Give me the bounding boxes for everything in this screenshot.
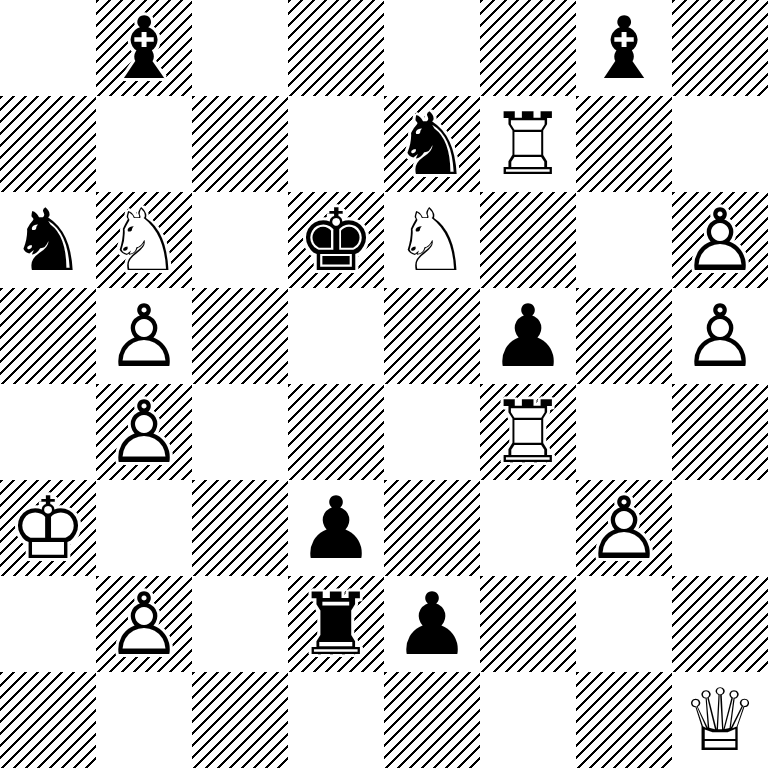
square-g1[interactable]	[576, 672, 672, 768]
square-b3[interactable]	[96, 480, 192, 576]
square-c3[interactable]	[192, 480, 288, 576]
square-d2[interactable]: ♜♜	[288, 576, 384, 672]
square-h1[interactable]: ♛♕	[672, 672, 768, 768]
square-a8[interactable]	[0, 0, 96, 96]
square-a1[interactable]	[0, 672, 96, 768]
square-b4[interactable]: ♟♙	[96, 384, 192, 480]
square-h7[interactable]	[672, 96, 768, 192]
square-e1[interactable]	[384, 672, 480, 768]
black-pawn-glyph: ♟	[489, 288, 566, 384]
square-f6[interactable]	[480, 192, 576, 288]
square-f1[interactable]	[480, 672, 576, 768]
black-bishop: ♝♝	[96, 0, 192, 96]
white-pawn-glyph: ♙	[681, 192, 758, 288]
black-bishop-glyph: ♝	[585, 0, 662, 96]
square-b8[interactable]: ♝♝	[96, 0, 192, 96]
black-king-glyph: ♚	[297, 192, 374, 288]
white-queen: ♛♕	[672, 672, 768, 768]
square-e7[interactable]: ♞♞	[384, 96, 480, 192]
square-c1[interactable]	[192, 672, 288, 768]
square-a2[interactable]	[0, 576, 96, 672]
white-rook-glyph: ♖	[489, 384, 566, 480]
square-e3[interactable]	[384, 480, 480, 576]
square-f2[interactable]	[480, 576, 576, 672]
square-h3[interactable]	[672, 480, 768, 576]
black-bishop: ♝♝	[576, 0, 672, 96]
square-e5[interactable]	[384, 288, 480, 384]
black-pawn-glyph: ♟	[393, 576, 470, 672]
square-d7[interactable]	[288, 96, 384, 192]
square-d4[interactable]	[288, 384, 384, 480]
square-e4[interactable]	[384, 384, 480, 480]
square-f8[interactable]	[480, 0, 576, 96]
square-e6[interactable]: ♞♘	[384, 192, 480, 288]
square-c2[interactable]	[192, 576, 288, 672]
square-d8[interactable]	[288, 0, 384, 96]
chess-board: ♝♝♝♝♞♞♜♖♞♞♞♘♚♚♞♘♟♙♟♙♟♟♟♙♟♙♜♖♚♔♟♟♟♙♟♙♜♜♟♟…	[0, 0, 768, 768]
square-c5[interactable]	[192, 288, 288, 384]
square-a3[interactable]: ♚♔	[0, 480, 96, 576]
square-h8[interactable]	[672, 0, 768, 96]
square-a4[interactable]	[0, 384, 96, 480]
white-pawn-glyph: ♙	[681, 288, 758, 384]
square-f5[interactable]: ♟♟	[480, 288, 576, 384]
square-f4[interactable]: ♜♖	[480, 384, 576, 480]
white-rook: ♜♖	[480, 384, 576, 480]
black-pawn: ♟♟	[384, 576, 480, 672]
white-king: ♚♔	[0, 480, 96, 576]
square-b6[interactable]: ♞♘	[96, 192, 192, 288]
square-c6[interactable]	[192, 192, 288, 288]
square-h2[interactable]	[672, 576, 768, 672]
white-pawn-glyph: ♙	[105, 576, 182, 672]
white-knight: ♞♘	[384, 192, 480, 288]
square-g6[interactable]	[576, 192, 672, 288]
white-pawn: ♟♙	[576, 480, 672, 576]
square-c4[interactable]	[192, 384, 288, 480]
square-b2[interactable]: ♟♙	[96, 576, 192, 672]
white-pawn: ♟♙	[96, 384, 192, 480]
square-g8[interactable]: ♝♝	[576, 0, 672, 96]
square-d3[interactable]: ♟♟	[288, 480, 384, 576]
white-rook-glyph: ♖	[489, 96, 566, 192]
white-rook: ♜♖	[480, 96, 576, 192]
square-d6[interactable]: ♚♚	[288, 192, 384, 288]
white-pawn: ♟♙	[96, 576, 192, 672]
white-pawn: ♟♙	[672, 192, 768, 288]
square-g2[interactable]	[576, 576, 672, 672]
white-pawn-glyph: ♙	[105, 288, 182, 384]
black-rook-glyph: ♜	[297, 576, 374, 672]
black-rook: ♜♜	[288, 576, 384, 672]
square-f7[interactable]: ♜♖	[480, 96, 576, 192]
square-h6[interactable]: ♟♙	[672, 192, 768, 288]
black-pawn: ♟♟	[288, 480, 384, 576]
white-pawn: ♟♙	[672, 288, 768, 384]
white-pawn: ♟♙	[96, 288, 192, 384]
black-knight: ♞♞	[0, 192, 96, 288]
square-e8[interactable]	[384, 0, 480, 96]
white-pawn-glyph: ♙	[585, 480, 662, 576]
black-pawn: ♟♟	[480, 288, 576, 384]
square-c8[interactable]	[192, 0, 288, 96]
white-queen-glyph: ♕	[681, 672, 758, 768]
white-knight-glyph: ♘	[105, 192, 182, 288]
white-pawn-glyph: ♙	[105, 384, 182, 480]
square-b5[interactable]: ♟♙	[96, 288, 192, 384]
black-knight-glyph: ♞	[9, 192, 86, 288]
square-b1[interactable]	[96, 672, 192, 768]
square-g5[interactable]	[576, 288, 672, 384]
square-b7[interactable]	[96, 96, 192, 192]
black-pawn-glyph: ♟	[297, 480, 374, 576]
black-bishop-glyph: ♝	[105, 0, 182, 96]
square-g7[interactable]	[576, 96, 672, 192]
square-a7[interactable]	[0, 96, 96, 192]
square-c7[interactable]	[192, 96, 288, 192]
square-g3[interactable]: ♟♙	[576, 480, 672, 576]
chess-diagram: ♝♝♝♝♞♞♜♖♞♞♞♘♚♚♞♘♟♙♟♙♟♟♟♙♟♙♜♖♚♔♟♟♟♙♟♙♜♜♟♟…	[0, 0, 768, 768]
black-knight-glyph: ♞	[393, 96, 470, 192]
square-a6[interactable]: ♞♞	[0, 192, 96, 288]
square-e2[interactable]: ♟♟	[384, 576, 480, 672]
black-king: ♚♚	[288, 192, 384, 288]
square-a5[interactable]	[0, 288, 96, 384]
white-knight-glyph: ♘	[393, 192, 470, 288]
square-g4[interactable]	[576, 384, 672, 480]
black-knight: ♞♞	[384, 96, 480, 192]
white-knight: ♞♘	[96, 192, 192, 288]
square-d5[interactable]	[288, 288, 384, 384]
square-d1[interactable]	[288, 672, 384, 768]
square-h4[interactable]	[672, 384, 768, 480]
white-king-glyph: ♔	[9, 480, 86, 576]
square-h5[interactable]: ♟♙	[672, 288, 768, 384]
square-f3[interactable]	[480, 480, 576, 576]
